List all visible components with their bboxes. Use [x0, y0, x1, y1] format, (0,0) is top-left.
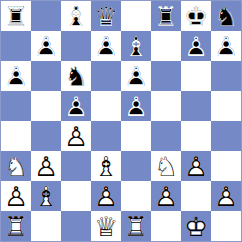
square-b8[interactable] [31, 1, 61, 31]
piece-white-pawn: ♟♙ [211, 181, 241, 211]
piece-black-pawn: ♟♙ [1, 61, 31, 91]
square-b2[interactable]: ♝♗ [31, 181, 61, 211]
square-e3[interactable] [121, 151, 151, 181]
square-g3[interactable]: ♟♙ [181, 151, 211, 181]
piece-white-pawn: ♟♙ [91, 181, 121, 211]
square-c2[interactable] [61, 181, 91, 211]
piece-outline-glyph: ♙ [31, 151, 61, 181]
square-h2[interactable]: ♟♙ [211, 181, 241, 211]
piece-white-queen: ♛♕ [91, 211, 121, 241]
piece-outline-glyph: ♙ [91, 31, 121, 61]
piece-outline-glyph: ♙ [61, 91, 91, 121]
piece-black-bishop: ♝♗ [121, 31, 151, 61]
square-a2[interactable]: ♟♙ [1, 181, 31, 211]
piece-white-knight: ♞♘ [151, 151, 181, 181]
piece-outline-glyph: ♗ [31, 181, 61, 211]
square-a5[interactable] [1, 91, 31, 121]
piece-black-pawn: ♟♙ [61, 91, 91, 121]
piece-black-king: ♚♔ [181, 1, 211, 31]
square-b1[interactable] [31, 211, 61, 241]
square-g6[interactable] [181, 61, 211, 91]
square-c8[interactable]: ♝♗ [61, 1, 91, 31]
square-h3[interactable] [211, 151, 241, 181]
square-f2[interactable]: ♟♙ [151, 181, 181, 211]
piece-white-rook: ♜♖ [121, 211, 151, 241]
piece-outline-glyph: ♗ [91, 151, 121, 181]
piece-outline-glyph: ♖ [151, 1, 181, 31]
square-h8[interactable]: ♞♘ [211, 1, 241, 31]
piece-outline-glyph: ♖ [1, 1, 31, 31]
piece-outline-glyph: ♙ [1, 181, 31, 211]
square-f7[interactable] [151, 31, 181, 61]
square-g5[interactable] [181, 91, 211, 121]
square-c3[interactable] [61, 151, 91, 181]
square-c7[interactable] [61, 31, 91, 61]
piece-outline-glyph: ♘ [1, 151, 31, 181]
piece-outline-glyph: ♙ [121, 61, 151, 91]
square-c5[interactable]: ♟♙ [61, 91, 91, 121]
square-c6[interactable]: ♞♘ [61, 61, 91, 91]
piece-outline-glyph: ♔ [181, 1, 211, 31]
square-f4[interactable] [151, 121, 181, 151]
piece-outline-glyph: ♙ [1, 61, 31, 91]
square-a7[interactable] [1, 31, 31, 61]
piece-white-pawn: ♟♙ [61, 121, 91, 151]
square-b6[interactable] [31, 61, 61, 91]
piece-outline-glyph: ♙ [61, 121, 91, 151]
piece-black-queen: ♛♕ [91, 1, 121, 31]
square-g4[interactable] [181, 121, 211, 151]
piece-outline-glyph: ♙ [181, 31, 211, 61]
square-a4[interactable] [1, 121, 31, 151]
square-h1[interactable] [211, 211, 241, 241]
piece-outline-glyph: ♘ [61, 61, 91, 91]
piece-white-pawn: ♟♙ [31, 151, 61, 181]
square-e2[interactable] [121, 181, 151, 211]
piece-white-rook: ♜♖ [1, 211, 31, 241]
piece-outline-glyph: ♖ [121, 211, 151, 241]
piece-outline-glyph: ♕ [91, 1, 121, 31]
piece-black-pawn: ♟♙ [91, 31, 121, 61]
piece-white-pawn: ♟♙ [151, 181, 181, 211]
square-a6[interactable]: ♟♙ [1, 61, 31, 91]
square-b3[interactable]: ♟♙ [31, 151, 61, 181]
piece-white-pawn: ♟♙ [1, 181, 31, 211]
square-e8[interactable] [121, 1, 151, 31]
piece-black-bishop: ♝♗ [61, 1, 91, 31]
piece-outline-glyph: ♙ [91, 181, 121, 211]
piece-black-pawn: ♟♙ [121, 61, 151, 91]
square-a8[interactable]: ♜♖ [1, 1, 31, 31]
square-e6[interactable]: ♟♙ [121, 61, 151, 91]
piece-black-pawn: ♟♙ [211, 31, 241, 61]
square-e5[interactable]: ♟♙ [121, 91, 151, 121]
piece-black-knight: ♞♘ [211, 1, 241, 31]
piece-black-knight: ♞♘ [61, 61, 91, 91]
square-d4[interactable] [91, 121, 121, 151]
square-d8[interactable]: ♛♕ [91, 1, 121, 31]
square-a1[interactable]: ♜♖ [1, 211, 31, 241]
square-f1[interactable] [151, 211, 181, 241]
piece-black-rook: ♜♖ [1, 1, 31, 31]
piece-white-bishop: ♝♗ [31, 181, 61, 211]
piece-black-rook: ♜♖ [151, 1, 181, 31]
piece-outline-glyph: ♙ [211, 181, 241, 211]
piece-outline-glyph: ♙ [181, 151, 211, 181]
square-d6[interactable] [91, 61, 121, 91]
piece-outline-glyph: ♙ [31, 31, 61, 61]
square-b4[interactable] [31, 121, 61, 151]
piece-white-bishop: ♝♗ [91, 151, 121, 181]
piece-outline-glyph: ♙ [121, 91, 151, 121]
square-h7[interactable]: ♟♙ [211, 31, 241, 61]
square-g7[interactable]: ♟♙ [181, 31, 211, 61]
square-f8[interactable]: ♜♖ [151, 1, 181, 31]
piece-outline-glyph: ♖ [1, 211, 31, 241]
piece-outline-glyph: ♗ [61, 1, 91, 31]
piece-outline-glyph: ♙ [211, 31, 241, 61]
square-d7[interactable]: ♟♙ [91, 31, 121, 61]
square-d3[interactable]: ♝♗ [91, 151, 121, 181]
square-f5[interactable] [151, 91, 181, 121]
piece-black-pawn: ♟♙ [31, 31, 61, 61]
piece-white-king: ♚♔ [181, 211, 211, 241]
piece-white-knight: ♞♘ [1, 151, 31, 181]
square-f6[interactable] [151, 61, 181, 91]
square-e1[interactable]: ♜♖ [121, 211, 151, 241]
square-c4[interactable]: ♟♙ [61, 121, 91, 151]
piece-outline-glyph: ♘ [211, 1, 241, 31]
square-g2[interactable] [181, 181, 211, 211]
piece-black-pawn: ♟♙ [181, 31, 211, 61]
square-h6[interactable] [211, 61, 241, 91]
square-b7[interactable]: ♟♙ [31, 31, 61, 61]
square-e4[interactable] [121, 121, 151, 151]
square-g8[interactable]: ♚♔ [181, 1, 211, 31]
square-d2[interactable]: ♟♙ [91, 181, 121, 211]
piece-outline-glyph: ♗ [121, 31, 151, 61]
piece-outline-glyph: ♙ [151, 181, 181, 211]
chess-board: ♜♖♝♗♛♕♜♖♚♔♞♘♟♙♟♙♝♗♟♙♟♙♟♙♞♘♟♙♟♙♟♙♟♙♞♘♟♙♝♗… [0, 0, 242, 242]
piece-outline-glyph: ♕ [91, 211, 121, 241]
square-f3[interactable]: ♞♘ [151, 151, 181, 181]
square-b5[interactable] [31, 91, 61, 121]
square-c1[interactable] [61, 211, 91, 241]
piece-outline-glyph: ♘ [151, 151, 181, 181]
square-h5[interactable] [211, 91, 241, 121]
piece-outline-glyph: ♔ [181, 211, 211, 241]
square-e7[interactable]: ♝♗ [121, 31, 151, 61]
square-h4[interactable] [211, 121, 241, 151]
square-g1[interactable]: ♚♔ [181, 211, 211, 241]
square-d5[interactable] [91, 91, 121, 121]
square-a3[interactable]: ♞♘ [1, 151, 31, 181]
piece-white-pawn: ♟♙ [181, 151, 211, 181]
piece-black-pawn: ♟♙ [121, 91, 151, 121]
square-d1[interactable]: ♛♕ [91, 211, 121, 241]
